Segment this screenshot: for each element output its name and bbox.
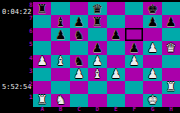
square-h2[interactable]: ♜ bbox=[162, 81, 180, 94]
square-g7[interactable]: ♟ bbox=[143, 15, 161, 28]
black-rook-piece[interactable]: ♜ bbox=[92, 16, 103, 28]
square-e7[interactable] bbox=[107, 15, 125, 28]
square-b6[interactable]: ♟ bbox=[51, 28, 69, 41]
black-king-piece[interactable]: ♚ bbox=[147, 3, 158, 15]
square-g8[interactable]: ♚ bbox=[143, 2, 161, 15]
black-clock: 0:04:22 bbox=[2, 9, 32, 16]
white-clock: 5:52:54 bbox=[2, 84, 32, 91]
square-d8[interactable]: ♛ bbox=[88, 2, 106, 15]
square-g5[interactable]: ♟ bbox=[143, 41, 161, 54]
rank-label-8: 8 bbox=[29, 2, 34, 8]
rank-label-1: 1 bbox=[29, 94, 34, 100]
white-pawn-piece[interactable]: ♟ bbox=[147, 42, 158, 54]
square-f2[interactable] bbox=[125, 81, 143, 94]
white-rook-piece[interactable]: ♜ bbox=[166, 81, 177, 93]
square-h5[interactable]: ♛ bbox=[162, 41, 180, 54]
square-c7[interactable]: ♟ bbox=[70, 15, 88, 28]
chess-app-screen: { "game": "chess", "position": { "fen": … bbox=[0, 0, 180, 113]
square-h8[interactable] bbox=[162, 2, 180, 15]
square-g4[interactable] bbox=[143, 55, 161, 68]
rank-label-7: 7 bbox=[29, 15, 34, 21]
square-c5[interactable] bbox=[70, 41, 88, 54]
square-e5[interactable] bbox=[107, 41, 125, 54]
square-g2[interactable] bbox=[143, 81, 161, 94]
chess-board: ♜♛♚♝♟♜♟♟♟♞♟♟♟♟♛♟♝♞♟♟♟♝♟♟♜♜♞♚ bbox=[33, 2, 180, 107]
square-c3[interactable]: ♟ bbox=[70, 68, 88, 81]
square-h4[interactable] bbox=[162, 55, 180, 68]
white-pawn-piece[interactable]: ♟ bbox=[147, 68, 158, 80]
square-f6[interactable] bbox=[125, 28, 143, 41]
square-a4[interactable]: ♟ bbox=[33, 55, 51, 68]
square-b4[interactable]: ♝ bbox=[51, 55, 69, 68]
square-b5[interactable] bbox=[51, 41, 69, 54]
white-bishop-piece[interactable]: ♝ bbox=[55, 55, 66, 67]
square-g6[interactable] bbox=[143, 28, 161, 41]
square-c8[interactable] bbox=[70, 2, 88, 15]
square-d3[interactable]: ♝ bbox=[88, 68, 106, 81]
square-h3[interactable] bbox=[162, 68, 180, 81]
file-label-b: B bbox=[51, 106, 69, 113]
black-pawn-piece[interactable]: ♟ bbox=[92, 42, 103, 54]
file-label-e: E bbox=[107, 106, 125, 113]
white-pawn-piece[interactable]: ♟ bbox=[129, 55, 140, 67]
square-g3[interactable]: ♟ bbox=[143, 68, 161, 81]
rank-label-2: 2 bbox=[29, 81, 34, 87]
square-e6[interactable]: ♟ bbox=[107, 28, 125, 41]
square-f5[interactable]: ♟ bbox=[125, 41, 143, 54]
square-e4[interactable] bbox=[107, 55, 125, 68]
rank-label-4: 4 bbox=[29, 55, 34, 61]
file-label-c: C bbox=[70, 106, 88, 113]
square-b8[interactable] bbox=[51, 2, 69, 15]
black-pawn-piece[interactable]: ♟ bbox=[55, 29, 66, 41]
square-a8[interactable]: ♜ bbox=[33, 2, 51, 15]
black-knight-piece[interactable]: ♞ bbox=[74, 55, 85, 67]
square-c6[interactable]: ♞ bbox=[70, 28, 88, 41]
file-label-h: H bbox=[162, 106, 180, 113]
white-pawn-piece[interactable]: ♟ bbox=[37, 55, 48, 67]
square-d7[interactable]: ♜ bbox=[88, 15, 106, 28]
square-b2[interactable] bbox=[51, 81, 69, 94]
square-f3[interactable] bbox=[125, 68, 143, 81]
black-pawn-piece[interactable]: ♟ bbox=[110, 29, 121, 41]
black-pawn-piece[interactable]: ♟ bbox=[129, 42, 140, 54]
square-b3[interactable] bbox=[51, 68, 69, 81]
square-a6[interactable] bbox=[33, 28, 51, 41]
black-pawn-piece[interactable]: ♟ bbox=[166, 16, 177, 28]
square-d4[interactable]: ♟ bbox=[88, 55, 106, 68]
file-label-a: A bbox=[33, 106, 51, 113]
square-h6[interactable] bbox=[162, 28, 180, 41]
black-knight-piece[interactable]: ♞ bbox=[74, 29, 85, 41]
square-f4[interactable]: ♟ bbox=[125, 55, 143, 68]
file-label-f: F bbox=[125, 106, 143, 113]
white-pawn-piece[interactable]: ♟ bbox=[92, 55, 103, 67]
rank-label-5: 5 bbox=[29, 41, 34, 47]
white-queen-piece[interactable]: ♛ bbox=[166, 42, 177, 54]
black-pawn-piece[interactable]: ♟ bbox=[74, 16, 85, 28]
black-queen-piece[interactable]: ♛ bbox=[92, 3, 103, 15]
square-a7[interactable] bbox=[33, 15, 51, 28]
square-f7[interactable] bbox=[125, 15, 143, 28]
square-a2[interactable] bbox=[33, 81, 51, 94]
square-f8[interactable] bbox=[125, 2, 143, 15]
square-d6[interactable] bbox=[88, 28, 106, 41]
square-e3[interactable]: ♟ bbox=[107, 68, 125, 81]
file-label-g: G bbox=[143, 106, 161, 113]
square-e2[interactable] bbox=[107, 81, 125, 94]
square-h7[interactable]: ♟ bbox=[162, 15, 180, 28]
square-d5[interactable]: ♟ bbox=[88, 41, 106, 54]
square-b7[interactable]: ♝ bbox=[51, 15, 69, 28]
square-e8[interactable] bbox=[107, 2, 125, 15]
file-label-d: D bbox=[88, 106, 106, 113]
black-pawn-piece[interactable]: ♟ bbox=[147, 16, 158, 28]
square-a5[interactable] bbox=[33, 41, 51, 54]
white-pawn-piece[interactable]: ♟ bbox=[110, 68, 121, 80]
white-pawn-piece[interactable]: ♟ bbox=[74, 68, 85, 80]
square-c2[interactable] bbox=[70, 81, 88, 94]
rank-label-3: 3 bbox=[29, 68, 34, 74]
square-c4[interactable]: ♞ bbox=[70, 55, 88, 68]
square-a3[interactable] bbox=[33, 68, 51, 81]
square-d2[interactable] bbox=[88, 81, 106, 94]
rank-label-6: 6 bbox=[29, 28, 34, 34]
black-bishop-piece[interactable]: ♝ bbox=[55, 16, 66, 28]
white-bishop-piece[interactable]: ♝ bbox=[92, 68, 103, 80]
black-rook-piece[interactable]: ♜ bbox=[37, 3, 48, 15]
